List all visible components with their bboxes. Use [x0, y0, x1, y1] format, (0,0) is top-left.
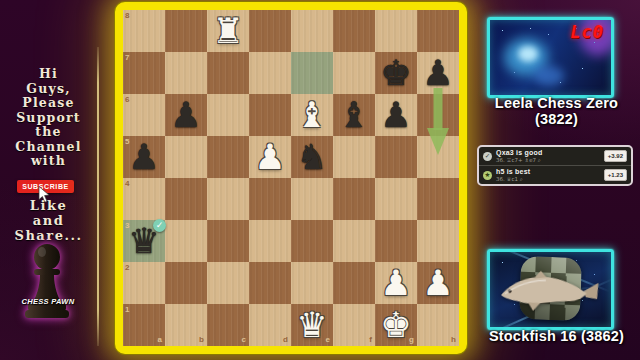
support-message-line: Please: [0, 96, 97, 111]
piece-black-pawn[interactable]: ♟: [380, 98, 411, 133]
rank-label-1: 1: [125, 306, 129, 314]
square-g1[interactable]: g♚: [375, 304, 417, 346]
pawn-caption: CHESS PAWN: [0, 297, 96, 306]
square-b8[interactable]: [165, 10, 207, 52]
square-g8[interactable]: [375, 10, 417, 52]
support-message: Hi Guys, Please Support the Channel with: [0, 67, 97, 169]
square-a1[interactable]: 1a: [123, 304, 165, 346]
analysis-row-qxa3[interactable]: ✓ Qxa3 is good 36. ♖c7+ ♗e7 ⌕ +3.92: [479, 147, 631, 165]
analysis-line: 36. ♕c1 ⌕: [496, 177, 530, 183]
square-h8[interactable]: [417, 10, 459, 52]
square-d4[interactable]: [249, 178, 291, 220]
square-f2[interactable]: [333, 262, 375, 304]
square-a7[interactable]: 7: [123, 52, 165, 94]
file-label-c: c: [242, 336, 246, 344]
square-g7[interactable]: ♚: [375, 52, 417, 94]
square-d1[interactable]: d: [249, 304, 291, 346]
square-g5[interactable]: [375, 136, 417, 178]
square-g2[interactable]: ♟: [375, 262, 417, 304]
square-b3[interactable]: [165, 220, 207, 262]
piece-white-queen[interactable]: ♛: [296, 308, 327, 343]
analysis-panel: ✓ Qxa3 is good 36. ♖c7+ ♗e7 ⌕ +3.92 ★ h5…: [477, 145, 633, 186]
square-e5[interactable]: ♞: [291, 136, 333, 178]
file-label-h: h: [451, 336, 456, 344]
square-g6[interactable]: ♟: [375, 94, 417, 136]
support-message-line: Hi: [0, 67, 97, 82]
square-c5[interactable]: [207, 136, 249, 178]
square-g4[interactable]: [375, 178, 417, 220]
file-label-a: a: [158, 336, 162, 344]
square-c6[interactable]: [207, 94, 249, 136]
piece-white-rook[interactable]: ♜: [212, 14, 243, 49]
square-a2[interactable]: 2: [123, 262, 165, 304]
support-message-line: the: [0, 125, 97, 140]
square-a8[interactable]: 8: [123, 10, 165, 52]
square-d5[interactable]: ♟: [249, 136, 291, 178]
square-e3[interactable]: [291, 220, 333, 262]
file-label-e: e: [326, 336, 330, 344]
square-b6[interactable]: ♟: [165, 94, 207, 136]
file-label-g: g: [409, 336, 414, 344]
square-e7[interactable]: [291, 52, 333, 94]
square-e6[interactable]: ♝: [291, 94, 333, 136]
square-b4[interactable]: [165, 178, 207, 220]
square-f8[interactable]: [333, 10, 375, 52]
analysis-row-h5[interactable]: ★ h5 is best 36. ♕c1 ⌕ +1.23: [479, 165, 631, 184]
fish-icon: [495, 263, 605, 320]
chess-board-frame: 8♜7♚♟6♟♝♝♟5♟♟♞43♛✓2♟♟1abcde♛fg♚h: [115, 2, 467, 354]
thumbnail-canvas: Hi Guys, Please Support the Channel with…: [0, 0, 640, 360]
chess-board: 8♜7♚♟6♟♝♝♟5♟♟♞43♛✓2♟♟1abcde♛fg♚h: [123, 10, 459, 346]
square-f3[interactable]: [333, 220, 375, 262]
file-label-b: b: [199, 336, 204, 344]
square-c2[interactable]: [207, 262, 249, 304]
piece-black-knight[interactable]: ♞: [296, 140, 327, 175]
square-d6[interactable]: [249, 94, 291, 136]
pawn-icon: [20, 241, 74, 319]
piece-white-pawn[interactable]: ♟: [422, 266, 453, 301]
square-b2[interactable]: [165, 262, 207, 304]
square-a3[interactable]: 3♛✓: [123, 220, 165, 262]
rank-label-4: 4: [125, 180, 129, 188]
file-label-f: f: [369, 336, 372, 344]
piece-white-pawn[interactable]: ♟: [254, 140, 285, 175]
square-f6[interactable]: ♝: [333, 94, 375, 136]
eval-badge: +3.92: [604, 150, 627, 162]
chess-pawn-logo: [20, 241, 74, 319]
support-message-line: with: [0, 154, 97, 169]
share-message-line: and: [0, 213, 97, 228]
square-b5[interactable]: [165, 136, 207, 178]
piece-white-pawn[interactable]: ♟: [380, 266, 411, 301]
particle-dots: [490, 252, 491, 253]
stockfish-logo-image: [487, 249, 614, 330]
square-a4[interactable]: 4: [123, 178, 165, 220]
square-d8[interactable]: [249, 10, 291, 52]
rank-label-8: 8: [125, 12, 129, 20]
piece-black-king[interactable]: ♚: [380, 56, 411, 91]
square-c4[interactable]: [207, 178, 249, 220]
lc0-logo-text: Lc0: [570, 22, 604, 42]
square-f5[interactable]: [333, 136, 375, 178]
square-g3[interactable]: [375, 220, 417, 262]
rank-label-7: 7: [125, 54, 129, 62]
square-b7[interactable]: [165, 52, 207, 94]
share-message-line: Like: [0, 198, 97, 213]
brain-glow-graphic: [518, 46, 538, 62]
rank-label-6: 6: [125, 96, 129, 104]
good-move-icon: ✓: [483, 152, 492, 161]
piece-black-bishop[interactable]: ♝: [338, 98, 369, 133]
square-f4[interactable]: [333, 178, 375, 220]
analysis-title: Qxa3 is good: [496, 149, 542, 156]
support-message-line: Guys,: [0, 82, 97, 97]
rank-label-3: 3: [125, 222, 129, 230]
piece-black-pawn[interactable]: ♟: [422, 56, 453, 91]
rank-label-2: 2: [125, 264, 129, 272]
share-message: Like and Share...: [0, 198, 97, 243]
piece-black-pawn[interactable]: ♟: [128, 140, 159, 175]
square-e2[interactable]: [291, 262, 333, 304]
sidebar-divider-line: [97, 47, 99, 346]
particle-dots: [490, 20, 491, 21]
square-h6[interactable]: [417, 94, 459, 136]
square-h2[interactable]: ♟: [417, 262, 459, 304]
square-h5[interactable]: [417, 136, 459, 178]
square-c7[interactable]: [207, 52, 249, 94]
square-h1[interactable]: h: [417, 304, 459, 346]
piece-white-bishop[interactable]: ♝: [296, 98, 327, 133]
square-f1[interactable]: f: [333, 304, 375, 346]
analysis-line: 36. ♖c7+ ♗e7 ⌕: [496, 158, 542, 164]
leela-name-label: Leela Chess Zero (3822): [473, 95, 640, 127]
square-d2[interactable]: [249, 262, 291, 304]
piece-black-pawn[interactable]: ♟: [170, 98, 201, 133]
blue-glow-graphic: [534, 66, 564, 86]
square-c8[interactable]: ♜: [207, 10, 249, 52]
leela-logo-image: Lc0: [487, 17, 614, 98]
good-move-badge: ✓: [153, 219, 166, 232]
best-move-icon: ★: [483, 171, 492, 180]
stockfish-name-label: Stockfish 16 (3862): [473, 328, 640, 344]
rank-label-5: 5: [125, 138, 129, 146]
square-a6[interactable]: 6: [123, 94, 165, 136]
eval-badge: +1.23: [604, 169, 627, 181]
square-e4[interactable]: [291, 178, 333, 220]
square-b1[interactable]: b: [165, 304, 207, 346]
analysis-title: h5 is best: [496, 168, 530, 175]
support-message-line: Support: [0, 111, 97, 126]
square-e8[interactable]: [291, 10, 333, 52]
square-d7[interactable]: [249, 52, 291, 94]
square-e1[interactable]: e♛: [291, 304, 333, 346]
square-c3[interactable]: [207, 220, 249, 262]
square-c1[interactable]: c: [207, 304, 249, 346]
square-h4[interactable]: [417, 178, 459, 220]
square-a5[interactable]: 5♟: [123, 136, 165, 178]
square-f7[interactable]: [333, 52, 375, 94]
square-h7[interactable]: ♟: [417, 52, 459, 94]
square-d3[interactable]: [249, 220, 291, 262]
file-label-d: d: [283, 336, 288, 344]
support-message-line: Channel: [0, 140, 97, 155]
square-h3[interactable]: [417, 220, 459, 262]
left-sidebar: Hi Guys, Please Support the Channel with…: [0, 0, 112, 360]
piece-white-king[interactable]: ♚: [380, 308, 411, 343]
